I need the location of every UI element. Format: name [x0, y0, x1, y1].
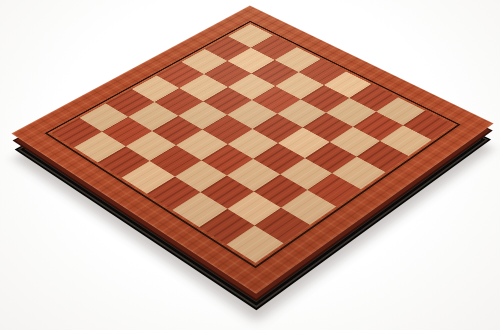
- board-squares: [51, 23, 453, 261]
- perspective-scene: [0, 0, 500, 330]
- chess-board: [11, 5, 493, 293]
- photo-background: [0, 0, 500, 330]
- board-tilt-wrapper: [0, 0, 500, 330]
